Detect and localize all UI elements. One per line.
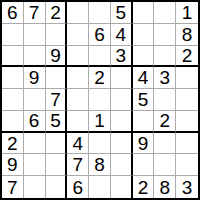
cell-r7c3[interactable] [46, 133, 68, 155]
cell-r4c6[interactable] [111, 67, 133, 89]
cell-r7c2[interactable] [24, 133, 46, 155]
cell-r6c1[interactable] [2, 111, 24, 133]
cell-r8c4[interactable]: 7 [67, 154, 89, 176]
cell-r2c1[interactable] [2, 24, 24, 46]
cell-r7c8[interactable] [154, 133, 176, 155]
cell-r1c7[interactable] [133, 2, 155, 24]
cell-r8c5[interactable]: 8 [89, 154, 111, 176]
cell-r9c5[interactable] [89, 176, 111, 198]
cell-r4c9[interactable] [176, 67, 198, 89]
cell-r1c1[interactable]: 6 [2, 2, 24, 24]
cell-r6c6[interactable] [111, 111, 133, 133]
cell-r9c1[interactable]: 7 [2, 176, 24, 198]
cell-r2c8[interactable] [154, 24, 176, 46]
cell-r7c4[interactable]: 4 [67, 133, 89, 155]
cell-r6c9[interactable] [176, 111, 198, 133]
cell-r6c7[interactable] [133, 111, 155, 133]
cell-r8c6[interactable] [111, 154, 133, 176]
cell-r5c8[interactable] [154, 89, 176, 111]
cell-r8c9[interactable] [176, 154, 198, 176]
cell-r6c5[interactable]: 1 [89, 111, 111, 133]
cell-r2c6[interactable]: 4 [111, 24, 133, 46]
cell-r3c9[interactable]: 2 [176, 46, 198, 68]
cell-r3c5[interactable] [89, 46, 111, 68]
cell-r1c6[interactable]: 5 [111, 2, 133, 24]
cell-r4c2[interactable]: 9 [24, 67, 46, 89]
cell-r3c3[interactable]: 9 [46, 46, 68, 68]
cell-r2c2[interactable] [24, 24, 46, 46]
cell-r3c2[interactable] [24, 46, 46, 68]
cell-r2c7[interactable] [133, 24, 155, 46]
cell-r9c8[interactable]: 8 [154, 176, 176, 198]
cell-r5c2[interactable] [24, 89, 46, 111]
cell-r1c2[interactable]: 7 [24, 2, 46, 24]
cell-r3c6[interactable]: 3 [111, 46, 133, 68]
cell-r5c1[interactable] [2, 89, 24, 111]
cell-r2c5[interactable]: 6 [89, 24, 111, 46]
cell-r4c1[interactable] [2, 67, 24, 89]
cell-r1c9[interactable]: 1 [176, 2, 198, 24]
cell-r5c7[interactable]: 5 [133, 89, 155, 111]
cell-r2c4[interactable] [67, 24, 89, 46]
cell-r4c3[interactable] [46, 67, 68, 89]
cell-r5c5[interactable] [89, 89, 111, 111]
cell-r8c3[interactable] [46, 154, 68, 176]
cell-r6c3[interactable]: 5 [46, 111, 68, 133]
cell-r8c7[interactable] [133, 154, 155, 176]
cell-r2c3[interactable] [46, 24, 68, 46]
cell-r4c4[interactable] [67, 67, 89, 89]
cell-r3c4[interactable] [67, 46, 89, 68]
cell-r7c5[interactable] [89, 133, 111, 155]
cell-r7c7[interactable]: 9 [133, 133, 155, 155]
cell-r3c8[interactable] [154, 46, 176, 68]
cell-r9c2[interactable] [24, 176, 46, 198]
cell-r7c1[interactable]: 2 [2, 133, 24, 155]
cell-r5c9[interactable] [176, 89, 198, 111]
cell-r6c2[interactable]: 6 [24, 111, 46, 133]
sudoku-board: 67251648932924375651224997876283 [0, 0, 200, 200]
cell-r4c8[interactable]: 3 [154, 67, 176, 89]
cell-r7c6[interactable] [111, 133, 133, 155]
cell-r3c1[interactable] [2, 46, 24, 68]
cell-r3c7[interactable] [133, 46, 155, 68]
cell-r4c7[interactable]: 4 [133, 67, 155, 89]
cell-r7c9[interactable] [176, 133, 198, 155]
cell-r2c9[interactable]: 8 [176, 24, 198, 46]
cell-r8c2[interactable] [24, 154, 46, 176]
cell-r9c3[interactable] [46, 176, 68, 198]
cell-r9c6[interactable] [111, 176, 133, 198]
cell-r6c4[interactable] [67, 111, 89, 133]
cell-r8c1[interactable]: 9 [2, 154, 24, 176]
cell-r8c8[interactable] [154, 154, 176, 176]
cell-r9c7[interactable]: 2 [133, 176, 155, 198]
cell-r6c8[interactable]: 2 [154, 111, 176, 133]
cell-r1c8[interactable] [154, 2, 176, 24]
cell-r9c9[interactable]: 3 [176, 176, 198, 198]
cell-r1c3[interactable]: 2 [46, 2, 68, 24]
cell-r1c4[interactable] [67, 2, 89, 24]
cell-r4c5[interactable]: 2 [89, 67, 111, 89]
cell-r1c5[interactable] [89, 2, 111, 24]
cell-r9c4[interactable]: 6 [67, 176, 89, 198]
cell-r5c6[interactable] [111, 89, 133, 111]
cell-r5c4[interactable] [67, 89, 89, 111]
cell-r5c3[interactable]: 7 [46, 89, 68, 111]
